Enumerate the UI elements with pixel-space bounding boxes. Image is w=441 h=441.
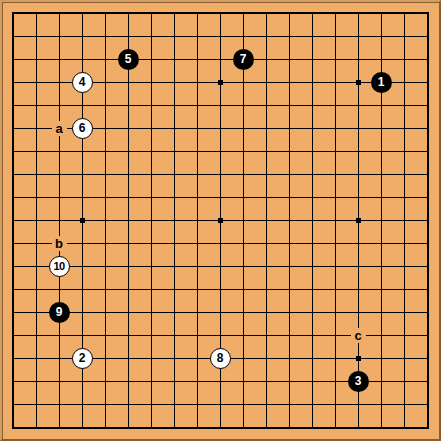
point-label-b: b xyxy=(52,236,67,251)
stone-black-9: 9 xyxy=(49,302,70,323)
stone-black-5: 5 xyxy=(118,49,139,70)
star-point xyxy=(218,218,223,223)
stone-black-1: 1 xyxy=(371,72,392,93)
stone-white-8: 8 xyxy=(210,348,231,369)
star-point xyxy=(218,80,223,85)
stone-white-6: 6 xyxy=(72,118,93,139)
star-point xyxy=(356,218,361,223)
point-label-a: a xyxy=(52,121,67,136)
point-label-c: c xyxy=(351,328,366,343)
stone-white-2: 2 xyxy=(72,348,93,369)
go-board-diagram: abc12345678910 xyxy=(0,0,441,441)
stone-black-7: 7 xyxy=(233,49,254,70)
stone-white-4: 4 xyxy=(72,72,93,93)
star-point xyxy=(80,218,85,223)
go-board-grid: abc12345678910 xyxy=(2,2,439,439)
star-point xyxy=(356,80,361,85)
stone-white-10: 10 xyxy=(49,256,70,277)
stone-black-3: 3 xyxy=(348,371,369,392)
star-point xyxy=(356,356,361,361)
